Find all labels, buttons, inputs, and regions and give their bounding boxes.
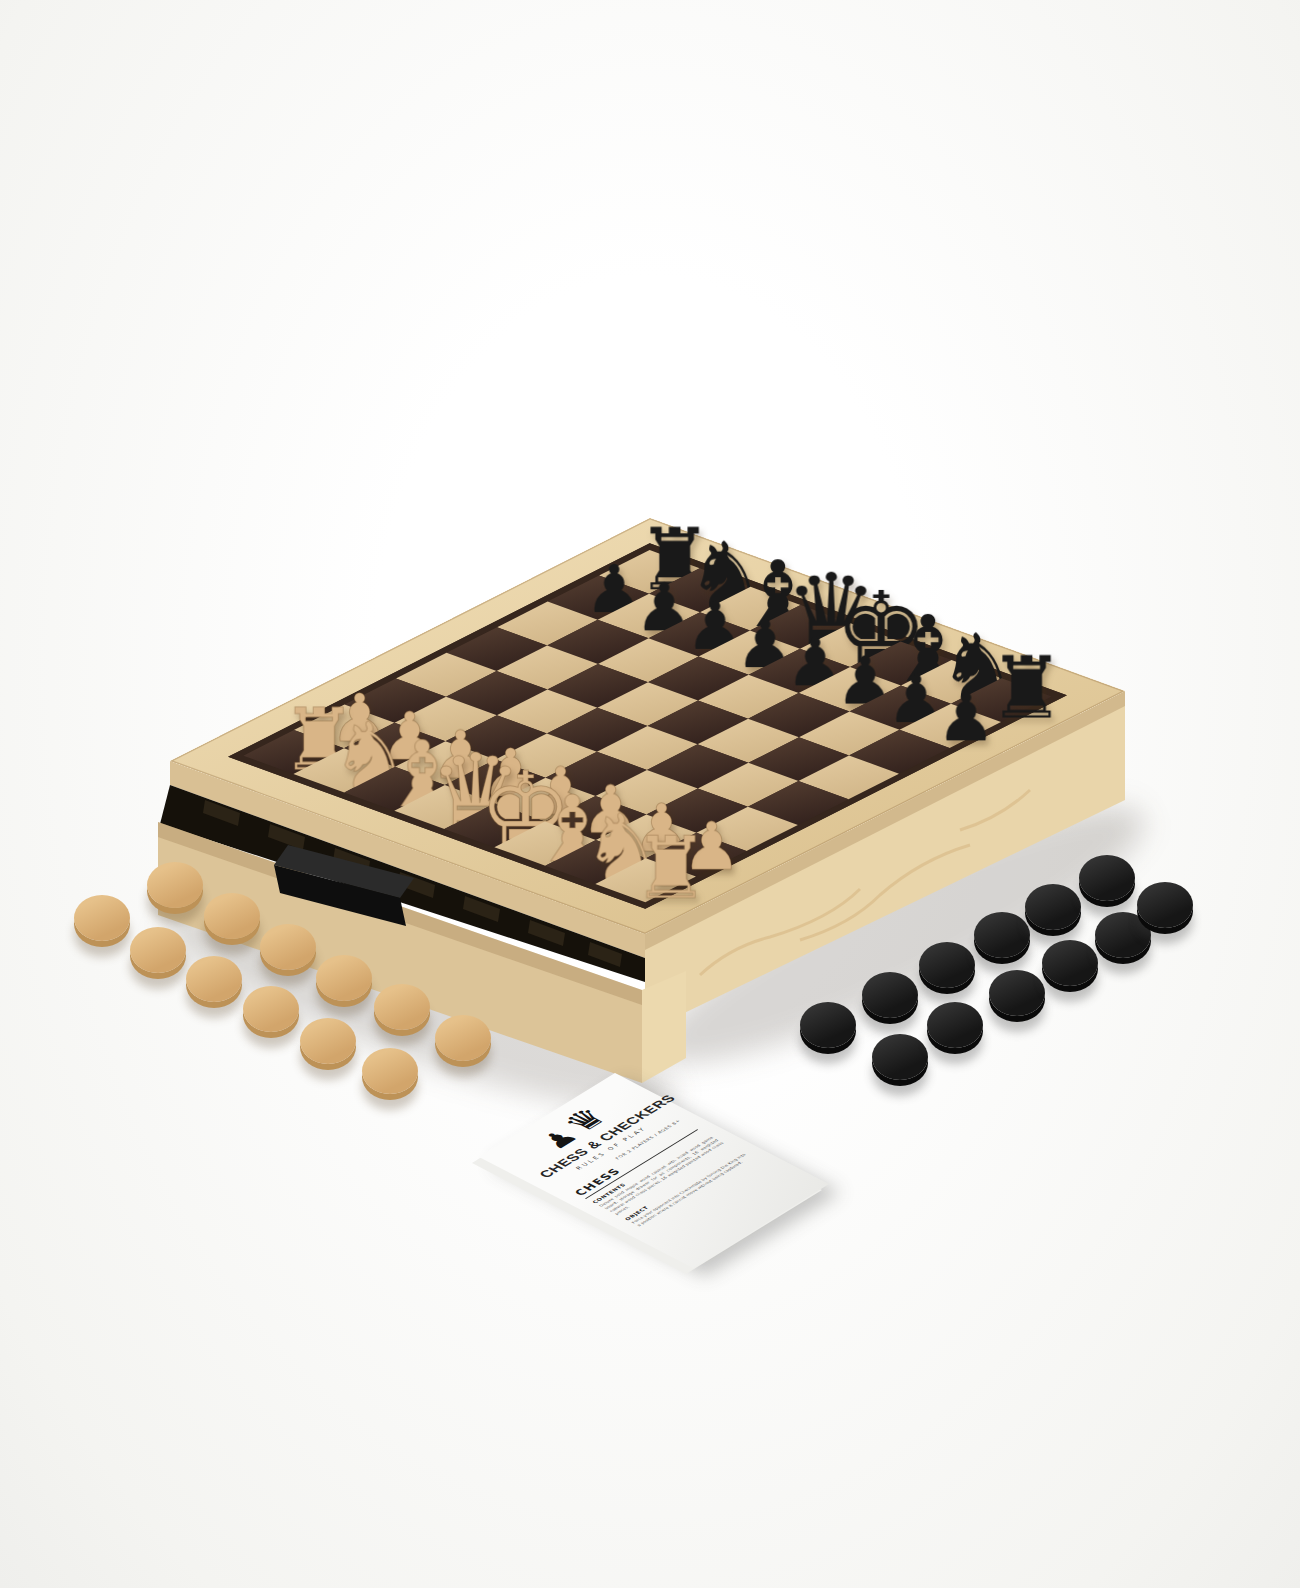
black-checker-1 <box>800 1002 856 1048</box>
product-photo-stage: ♜♞♝♛♚♝♞♜♟♟♟♟♟♟♟♟♟♟♟♟♟♟♟♟♜♞♝♛♚♝♞♜ ♟ ♛ CHE… <box>0 0 1300 1588</box>
natural-checker-6 <box>435 1015 491 1061</box>
natural-checker-11 <box>300 1018 356 1064</box>
black-checker-8 <box>927 1002 983 1048</box>
black-checker-10 <box>1042 940 1098 986</box>
piece-black-rook-h8: ♜ <box>997 657 1056 716</box>
black-checker-4 <box>974 912 1030 958</box>
natural-checker-3 <box>260 924 316 970</box>
black-checker-6 <box>1079 855 1135 901</box>
natural-checker-9 <box>186 956 242 1002</box>
natural-checker-5 <box>374 984 430 1030</box>
black-checker-9 <box>989 970 1045 1016</box>
natural-checker-12 <box>362 1048 418 1094</box>
natural-checker-7 <box>74 895 130 941</box>
drawer-end-face <box>642 971 686 1083</box>
black-checker-5 <box>1025 884 1081 930</box>
black-checker-12 <box>1137 882 1193 928</box>
black-checker-3 <box>919 942 975 988</box>
natural-checker-4 <box>316 955 372 1001</box>
black-checker-7 <box>872 1034 928 1080</box>
black-checker-2 <box>862 972 918 1018</box>
natural-checker-8 <box>130 927 186 973</box>
natural-checker-2 <box>204 893 260 939</box>
natural-checker-1 <box>147 862 203 908</box>
natural-checker-10 <box>243 986 299 1032</box>
